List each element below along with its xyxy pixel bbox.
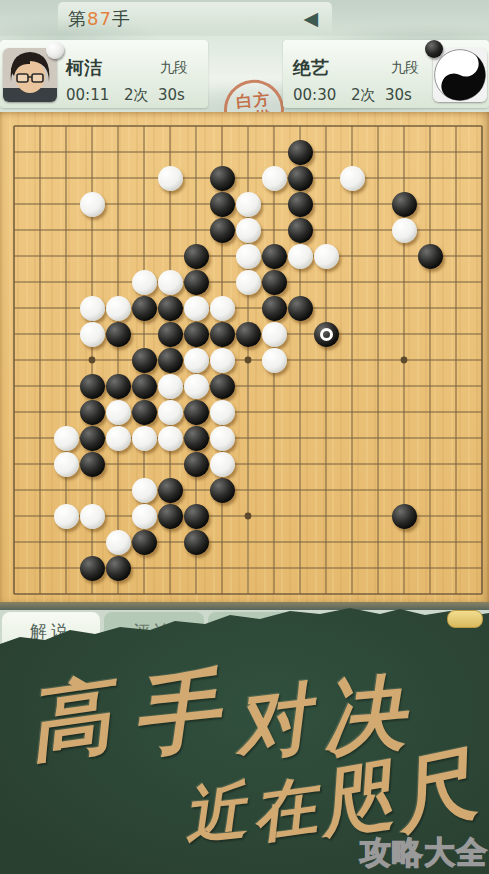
banner-pill-button[interactable] [447,610,483,628]
main-time-black: 00:30 [293,86,351,104]
stone-black-c15r3 [392,192,417,217]
yinyang-icon [433,48,487,102]
stone-black-c7r16 [184,530,209,555]
watermark-logo: 攻略大全 [360,832,488,874]
player-name-black: 绝艺 [293,56,329,80]
byoyomi-periods-white: 2次 [124,86,158,105]
promo-banner: 高 手 对 决 近 在 咫 尺 攻略大全 [0,600,489,874]
stone-black-c8r14 [210,478,235,503]
stone-white-c2r15 [54,504,79,529]
player-rank-black: 九段 [391,59,419,77]
stone-white-c8r11 [210,400,235,425]
stone-white-c8r9 [210,348,235,373]
stone-black-c10r6 [262,270,287,295]
player-card-white: 柯洁 九段 00:112次30s [0,40,208,108]
stone-white-c2r12 [54,426,79,451]
stone-black-c11r3 [288,192,313,217]
stone-black-c8r10 [210,374,235,399]
calligraphy-char: 决 [319,671,408,760]
stone-black-c7r13 [184,452,209,477]
stone-white-c8r7 [210,296,235,321]
stone-white-c13r2 [340,166,365,191]
stone-black-c3r11 [80,400,105,425]
go-app: 第87手 ◀ 柯洁 九段 [0,0,489,874]
stone-black-c5r7 [132,296,157,321]
stone-white-c5r6 [132,270,157,295]
calligraphy-char: 近 [181,779,249,847]
stone-black-c7r6 [184,270,209,295]
stone-white-c4r11 [106,400,131,425]
stone-white-c6r12 [158,426,183,451]
go-board[interactable] [0,112,489,602]
stone-black-c8r3 [210,192,235,217]
stone-white-c15r4 [392,218,417,243]
stone-white-c3r15 [80,504,105,529]
stone-black-c6r15 [158,504,183,529]
stone-black-c6r14 [158,478,183,503]
stone-black-c8r2 [210,166,235,191]
player-name-white: 柯洁 [66,56,102,80]
stone-black-c7r5 [184,244,209,269]
stone-white-c2r13 [54,452,79,477]
stone-black-c3r17 [80,556,105,581]
stone-black-c7r11 [184,400,209,425]
stone-black-c6r7 [158,296,183,321]
stone-white-c8r12 [210,426,235,451]
board-edge-shadow [0,602,489,610]
stone-white-c12r5 [314,244,339,269]
player-clock-white: 00:112次30s [66,86,185,105]
calligraphy-char: 对 [230,680,315,765]
stone-white-c6r10 [158,374,183,399]
stone-white-c10r8 [262,322,287,347]
player-clock-black: 00:302次30s [293,86,412,105]
player-rank-white: 九段 [160,59,188,77]
stone-black-c10r5 [262,244,287,269]
back-icon[interactable]: ◀ [303,6,318,30]
stone-black-c10r7 [262,296,287,321]
stone-white-c9r4 [236,218,261,243]
stone-black-c5r11 [132,400,157,425]
avatar-jueyi-yinyang[interactable] [433,48,487,102]
stone-black-c11r4 [288,218,313,243]
stone-white-c9r5 [236,244,261,269]
stone-white-c9r6 [236,270,261,295]
stone-black-c3r13 [80,452,105,477]
stone-black-c16r5 [418,244,443,269]
stone-black-c4r8 [106,322,131,347]
black-stone-badge [425,40,443,58]
stone-white-c6r6 [158,270,183,295]
stone-black-c3r12 [80,426,105,451]
stone-black-c8r4 [210,218,235,243]
stone-white-c5r14 [132,478,157,503]
stone-white-c3r8 [80,322,105,347]
stone-white-c7r7 [184,296,209,321]
byoyomi-seconds-white: 30s [158,86,185,104]
stone-black-c12r8-lastmove [314,322,339,347]
byoyomi-seconds-black: 30s [385,86,412,104]
stone-black-c11r1 [288,140,313,165]
calligraphy-char: 在 [248,774,320,846]
stone-black-c3r10 [80,374,105,399]
board-grid [0,112,489,602]
stone-black-c11r7 [288,296,313,321]
stone-black-c5r9 [132,348,157,373]
stone-black-c5r16 [132,530,157,555]
stone-black-c7r8 [184,322,209,347]
stone-white-c6r2 [158,166,183,191]
calligraphy-char: 手 [128,666,223,761]
stone-white-c4r16 [106,530,131,555]
stone-white-c4r12 [106,426,131,451]
stone-black-c4r10 [106,374,131,399]
stone-white-c5r12 [132,426,157,451]
stone-white-c10r9 [262,348,287,373]
stone-white-c10r2 [262,166,287,191]
stone-black-c8r8 [210,322,235,347]
stone-black-c4r17 [106,556,131,581]
stone-white-c7r9 [184,348,209,373]
main-time-white: 00:11 [66,86,124,104]
stone-white-c4r7 [106,296,131,321]
calligraphy-char: 高 [23,673,116,766]
stone-black-c5r10 [132,374,157,399]
stone-black-c6r9 [158,348,183,373]
stone-white-c5r15 [132,504,157,529]
player-card-black: 绝艺 九段 00:302次30s [283,40,489,108]
stone-white-c3r7 [80,296,105,321]
stone-white-c3r3 [80,192,105,217]
stone-black-c9r8 [236,322,261,347]
stone-white-c8r13 [210,452,235,477]
stone-black-c11r2 [288,166,313,191]
stone-black-c7r12 [184,426,209,451]
stone-black-c6r8 [158,322,183,347]
white-stone-badge [46,41,64,59]
calligraphy-char: 咫 [312,756,398,842]
stone-white-c11r5 [288,244,313,269]
stone-black-c15r15 [392,504,417,529]
stone-white-c6r11 [158,400,183,425]
players-bar: 柯洁 九段 00:112次30s 白方 行棋 绝艺 九段 00:302次30s [0,36,489,112]
stone-white-c7r10 [184,374,209,399]
calligraphy-char: 尺 [387,743,482,838]
stone-black-c7r15 [184,504,209,529]
byoyomi-periods-black: 2次 [351,86,385,105]
stone-white-c9r3 [236,192,261,217]
